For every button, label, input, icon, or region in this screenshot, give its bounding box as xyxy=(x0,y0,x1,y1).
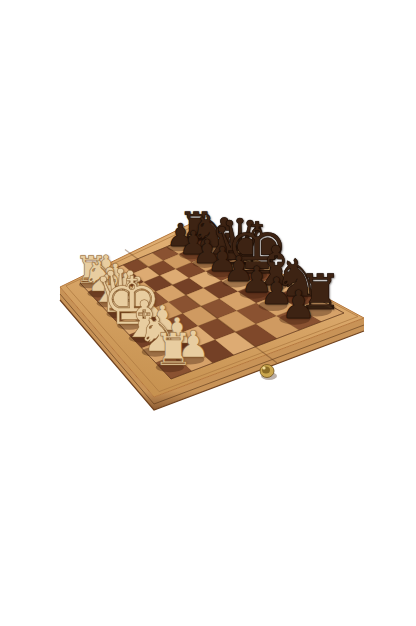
shadow-white-king-e1 xyxy=(117,321,141,330)
shadow-white-bishop-c1 xyxy=(97,299,119,307)
shadow-black-knight-g8 xyxy=(279,293,308,304)
shadow-white-bishop-f1 xyxy=(129,334,154,343)
shadow-black-pawn-g7 xyxy=(259,301,288,311)
shadow-white-pawn-c2 xyxy=(112,293,134,301)
shadow-white-pawn-f2 xyxy=(147,326,172,335)
shadow-white-pawn-h2 xyxy=(176,354,204,364)
shadow-black-pawn-a7 xyxy=(167,243,189,251)
board-svg xyxy=(0,0,416,626)
shadow-black-pawn-h7 xyxy=(279,314,310,325)
shadow-white-pawn-d2 xyxy=(123,303,146,311)
chess-set-photo: ♜♟♞♟♝♟♛♟♚♟♟♜♝♟♟♞♟♞♝♟♟♜♛♟♟♚♟♝♟♞♟♜ xyxy=(0,0,416,626)
shadow-black-knight-b8 xyxy=(195,244,218,252)
shadow-white-pawn-b2 xyxy=(102,283,123,291)
shadow-black-king-e8 xyxy=(241,271,267,281)
shadow-white-queen-d1 xyxy=(106,310,129,318)
brass-clasp-highlight xyxy=(262,366,265,369)
shadow-white-pawn-g2 xyxy=(161,340,188,350)
shadow-white-pawn-a2 xyxy=(93,275,114,283)
shadow-black-pawn-e7 xyxy=(223,278,249,287)
shadow-white-rook-a1 xyxy=(79,281,100,288)
shadow-black-rook-a8 xyxy=(182,237,204,245)
shadow-white-knight-b1 xyxy=(87,290,108,298)
shadow-white-rook-h1 xyxy=(156,362,184,372)
shadow-black-pawn-d7 xyxy=(207,268,232,277)
shadow-black-rook-h8 xyxy=(301,305,332,316)
shadow-black-bishop-f8 xyxy=(259,281,287,291)
shadow-black-bishop-c8 xyxy=(209,252,233,261)
shadow-black-queen-d8 xyxy=(224,261,249,270)
shadow-white-knight-g1 xyxy=(142,347,168,357)
shadow-black-pawn-b7 xyxy=(179,251,202,259)
shadow-white-pawn-e2 xyxy=(134,314,158,323)
shadow-black-pawn-c7 xyxy=(193,259,217,268)
shadow-black-pawn-f7 xyxy=(240,289,267,299)
